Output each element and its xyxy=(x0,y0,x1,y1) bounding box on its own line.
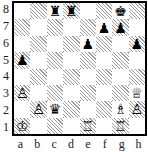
square-g6 xyxy=(112,36,128,52)
square-a8 xyxy=(14,3,30,19)
square-d3 xyxy=(63,85,79,101)
square-f5 xyxy=(96,52,112,68)
file-label-b: b xyxy=(29,136,46,152)
rank-label-8: 8 xyxy=(0,1,12,18)
square-f6 xyxy=(96,36,112,52)
file-labels: abcdefgh xyxy=(12,136,147,151)
rank-label-5: 5 xyxy=(0,52,12,69)
square-d2 xyxy=(63,101,79,117)
file-label-e: e xyxy=(80,136,97,152)
chess-board: ♜♜♚♟♟♟♟♟♙♕♙♛♗♙♔♖♖ xyxy=(12,1,147,136)
square-d8: ♜ xyxy=(63,3,79,19)
rank-labels: 87654321 xyxy=(0,1,12,136)
square-a4 xyxy=(14,69,30,85)
square-d1 xyxy=(63,118,79,134)
black-queen: ♛ xyxy=(49,102,62,116)
square-b1 xyxy=(30,118,46,134)
square-c8: ♜ xyxy=(47,3,63,19)
square-b6 xyxy=(30,36,46,52)
square-h4 xyxy=(129,69,145,85)
black-rook: ♜ xyxy=(49,4,62,18)
white-queen: ♕ xyxy=(131,86,144,100)
square-e6: ♟ xyxy=(80,36,96,52)
file-label-d: d xyxy=(63,136,80,152)
rank-label-7: 7 xyxy=(0,18,12,35)
square-f1 xyxy=(96,118,112,134)
square-c3 xyxy=(47,85,63,101)
square-a1: ♔ xyxy=(14,118,30,134)
square-b4 xyxy=(30,69,46,85)
square-a5: ♟ xyxy=(14,52,30,68)
square-a7 xyxy=(14,19,30,35)
square-g1: ♖ xyxy=(112,118,128,134)
file-label-g: g xyxy=(113,136,130,152)
square-g8: ♚ xyxy=(112,3,128,19)
square-d4 xyxy=(63,69,79,85)
file-label-a: a xyxy=(12,136,29,152)
white-pawn: ♙ xyxy=(131,102,144,116)
square-b2: ♙ xyxy=(30,101,46,117)
chess-diagram: 87654321 ♜♜♚♟♟♟♟♟♙♕♙♛♗♙♔♖♖ abcdefgh xyxy=(0,1,147,151)
black-pawn: ♟ xyxy=(98,21,111,35)
white-rook: ♖ xyxy=(81,119,94,133)
square-d5 xyxy=(63,52,79,68)
square-d7 xyxy=(63,19,79,35)
square-h2: ♙ xyxy=(129,101,145,117)
square-c2: ♛ xyxy=(47,101,63,117)
square-g3 xyxy=(112,85,128,101)
square-c4 xyxy=(47,69,63,85)
square-f8 xyxy=(96,3,112,19)
square-c7 xyxy=(47,19,63,35)
black-pawn: ♟ xyxy=(81,37,94,51)
square-a6 xyxy=(14,36,30,52)
square-b8 xyxy=(30,3,46,19)
square-h1 xyxy=(129,118,145,134)
square-g4 xyxy=(112,69,128,85)
square-g2: ♗ xyxy=(112,101,128,117)
square-f3 xyxy=(96,85,112,101)
square-d6 xyxy=(63,36,79,52)
rank-label-2: 2 xyxy=(0,102,12,119)
white-pawn: ♙ xyxy=(16,86,29,100)
file-label-c: c xyxy=(46,136,63,152)
white-rook: ♖ xyxy=(114,119,127,133)
square-e5 xyxy=(80,52,96,68)
square-e8 xyxy=(80,3,96,19)
rank-label-4: 4 xyxy=(0,69,12,86)
rank-label-3: 3 xyxy=(0,85,12,102)
square-f2 xyxy=(96,101,112,117)
rank-label-1: 1 xyxy=(0,119,12,136)
black-rook: ♜ xyxy=(65,4,78,18)
square-e7 xyxy=(80,19,96,35)
square-h8 xyxy=(129,3,145,19)
black-pawn: ♟ xyxy=(131,37,144,51)
square-f4 xyxy=(96,69,112,85)
file-label-h: h xyxy=(130,136,147,152)
square-g7: ♟ xyxy=(112,19,128,35)
square-h7 xyxy=(129,19,145,35)
black-king: ♚ xyxy=(114,4,127,18)
black-pawn: ♟ xyxy=(114,21,127,35)
square-h5 xyxy=(129,52,145,68)
rank-label-6: 6 xyxy=(0,35,12,52)
square-c1 xyxy=(47,118,63,134)
white-bishop: ♗ xyxy=(114,102,127,116)
black-pawn: ♟ xyxy=(16,53,29,67)
white-king: ♔ xyxy=(16,119,29,133)
file-label-f: f xyxy=(96,136,113,152)
square-g5 xyxy=(112,52,128,68)
square-a3: ♙ xyxy=(14,85,30,101)
square-e1: ♖ xyxy=(80,118,96,134)
square-e4 xyxy=(80,69,96,85)
square-f7: ♟ xyxy=(96,19,112,35)
square-h6: ♟ xyxy=(129,36,145,52)
white-pawn: ♙ xyxy=(32,102,45,116)
square-b3 xyxy=(30,85,46,101)
square-c6 xyxy=(47,36,63,52)
square-b7 xyxy=(30,19,46,35)
square-e2 xyxy=(80,101,96,117)
square-c5 xyxy=(47,52,63,68)
square-h3: ♕ xyxy=(129,85,145,101)
square-a2 xyxy=(14,101,30,117)
square-b5 xyxy=(30,52,46,68)
square-e3 xyxy=(80,85,96,101)
